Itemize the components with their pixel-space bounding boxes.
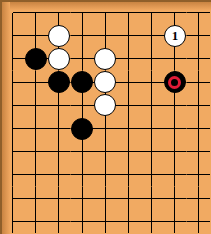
- board-intersection: [187, 1, 210, 24]
- black-stone: [25, 48, 47, 70]
- board-intersection: [117, 24, 140, 47]
- board-intersection: [94, 210, 117, 233]
- board-intersection: [94, 163, 117, 186]
- board-intersection: [71, 47, 94, 70]
- board-intersection: [71, 210, 94, 233]
- board-intersection: [47, 71, 70, 94]
- board-intersection: [24, 210, 47, 233]
- board-intersection: [94, 47, 117, 70]
- black-stone: [71, 71, 93, 93]
- board-intersection: [47, 1, 70, 24]
- board-intersection: [47, 187, 70, 210]
- board-intersection: [24, 1, 47, 24]
- board-intersection: [94, 94, 117, 117]
- board-intersection: [163, 71, 186, 94]
- board-intersection: [47, 163, 70, 186]
- black-stone: [71, 118, 93, 140]
- board-intersection: [140, 24, 163, 47]
- board-intersection: [94, 1, 117, 24]
- board-intersection: [47, 117, 70, 140]
- board-intersection: [117, 187, 140, 210]
- board-intersection: [71, 140, 94, 163]
- board-intersection: [24, 71, 47, 94]
- board-intersection: [187, 163, 210, 186]
- board-intersection: [163, 117, 186, 140]
- board-intersection: [163, 140, 186, 163]
- board-intersection: [1, 24, 24, 47]
- board-intersection: [1, 187, 24, 210]
- move-number-label: 1: [172, 29, 179, 42]
- board-intersection: [117, 163, 140, 186]
- board-intersection: [187, 210, 210, 233]
- board-intersection: [24, 140, 47, 163]
- black-stone: [164, 71, 186, 93]
- board-intersection: [24, 163, 47, 186]
- board-intersection: [71, 1, 94, 24]
- board-intersection: [187, 187, 210, 210]
- board-intersection: [1, 47, 24, 70]
- board-intersection: [163, 187, 186, 210]
- board-intersection: [140, 140, 163, 163]
- board-intersection: [163, 210, 186, 233]
- board-intersection: [94, 187, 117, 210]
- board-intersection: [140, 187, 163, 210]
- board-intersection: [1, 140, 24, 163]
- board-intersection: [71, 117, 94, 140]
- board-intersection: [117, 71, 140, 94]
- board-intersection: [187, 24, 210, 47]
- board-intersection: [187, 140, 210, 163]
- board-intersection: [24, 24, 47, 47]
- board-intersection: [140, 117, 163, 140]
- board-intersection: [47, 140, 70, 163]
- go-board: 1: [0, 0, 211, 234]
- white-stone: 1: [164, 25, 186, 47]
- board-intersection: [117, 210, 140, 233]
- board-intersection: [71, 187, 94, 210]
- board-intersection: [140, 210, 163, 233]
- board-intersection: [71, 94, 94, 117]
- board-intersection: [1, 210, 24, 233]
- board-intersection: [187, 47, 210, 70]
- board-intersection: [71, 71, 94, 94]
- board-intersection: [1, 117, 24, 140]
- red-circle-marker: [168, 76, 181, 89]
- board-intersection: [140, 94, 163, 117]
- board-intersection: [94, 24, 117, 47]
- board-intersection: [47, 94, 70, 117]
- board-intersection: [117, 117, 140, 140]
- board-intersection: 1: [163, 24, 186, 47]
- board-intersection: [94, 71, 117, 94]
- board-intersection: [163, 163, 186, 186]
- board-intersection: [140, 71, 163, 94]
- board-intersection: [140, 163, 163, 186]
- board-intersection: [117, 140, 140, 163]
- board-intersection: [1, 71, 24, 94]
- board-intersection: [163, 47, 186, 70]
- board-intersection: [24, 47, 47, 70]
- board-intersection: [47, 210, 70, 233]
- board-intersection: [187, 71, 210, 94]
- white-stone: [94, 94, 116, 116]
- board-intersection: [24, 117, 47, 140]
- board-intersection: [163, 1, 186, 24]
- board-intersection: [1, 163, 24, 186]
- board-intersection: [187, 117, 210, 140]
- go-diagram: 1: [0, 0, 211, 234]
- white-stone: [94, 48, 116, 70]
- board-intersection: [117, 1, 140, 24]
- board-intersection: [47, 47, 70, 70]
- board-intersection: [1, 1, 24, 24]
- board-intersection: [24, 94, 47, 117]
- board-intersection: [1, 94, 24, 117]
- white-stone: [94, 71, 116, 93]
- board-intersection: [140, 47, 163, 70]
- board-intersection: [163, 94, 186, 117]
- board-intersection: [94, 140, 117, 163]
- board-intersection: [71, 24, 94, 47]
- board-intersection: [117, 94, 140, 117]
- white-stone: [48, 48, 70, 70]
- white-stone: [48, 25, 70, 47]
- board-intersection: [24, 187, 47, 210]
- board-intersection: [71, 163, 94, 186]
- board-intersection: [94, 117, 117, 140]
- board-intersection: [140, 1, 163, 24]
- black-stone: [48, 71, 70, 93]
- board-intersection: [47, 24, 70, 47]
- board-intersection: [117, 47, 140, 70]
- board-intersection: [187, 94, 210, 117]
